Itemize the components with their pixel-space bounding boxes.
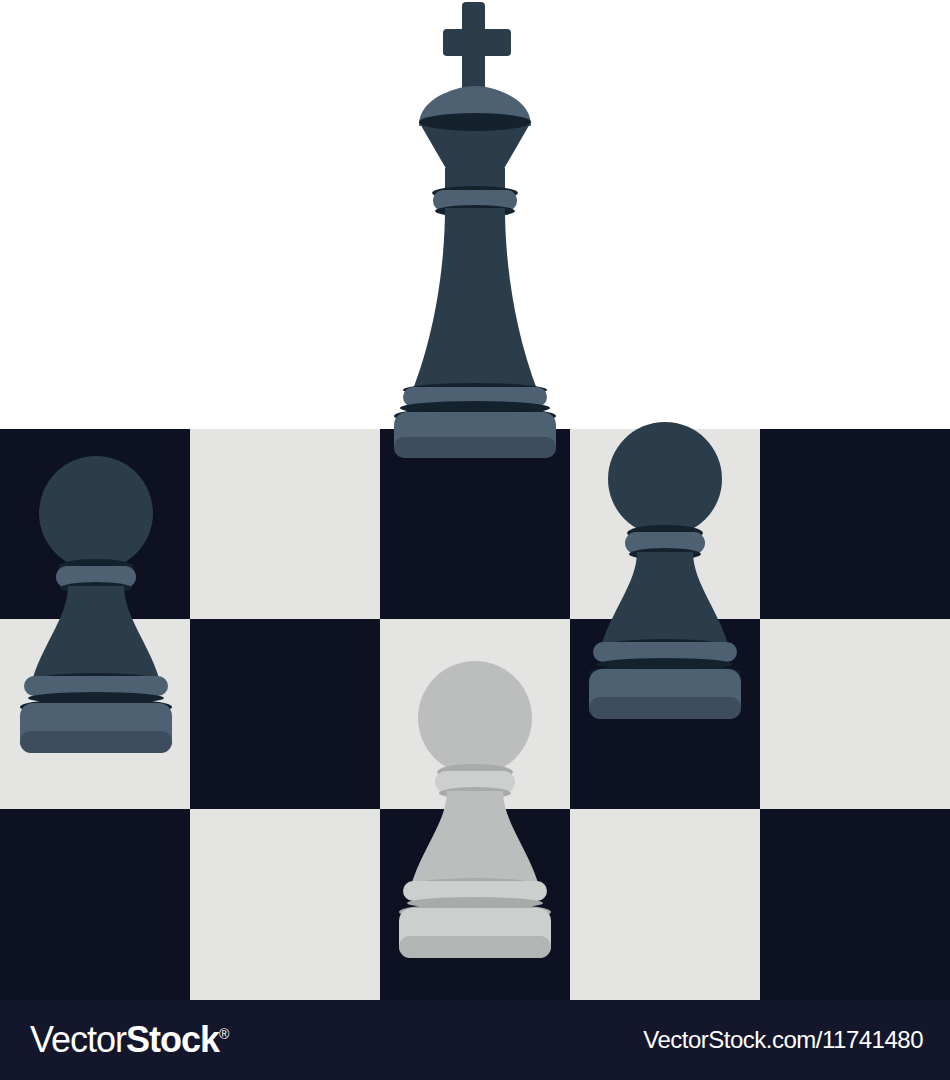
white-pawn xyxy=(390,660,560,960)
watermark-bar: VectorStock® VectorStock.com/11741480 xyxy=(0,1000,950,1080)
watermark-url: VectorStock.com/11741480 xyxy=(643,1026,923,1054)
black-pawn-left xyxy=(11,455,181,755)
board-square-r2c1-light xyxy=(190,809,380,1000)
registered-mark-icon: ® xyxy=(219,1026,229,1042)
board-square-r0c4-dark xyxy=(760,429,950,619)
board-square-r2c4-dark xyxy=(760,809,950,1000)
board-square-r0c1-light xyxy=(190,429,380,619)
board-square-r2c0-dark xyxy=(0,809,190,1000)
board-square-r1c4-light xyxy=(760,619,950,809)
stock-illustration: VectorStock® VectorStock.com/11741480 xyxy=(0,0,950,1080)
board-square-r1c1-dark xyxy=(190,619,380,809)
black-king-piece xyxy=(390,0,560,460)
vectorstock-logo: VectorStock® xyxy=(30,1022,229,1058)
board-square-r2c3-light xyxy=(570,809,760,1000)
logo-suffix: Stock xyxy=(126,1019,219,1060)
logo-prefix: Vector xyxy=(30,1019,126,1060)
black-pawn-right xyxy=(580,421,750,721)
